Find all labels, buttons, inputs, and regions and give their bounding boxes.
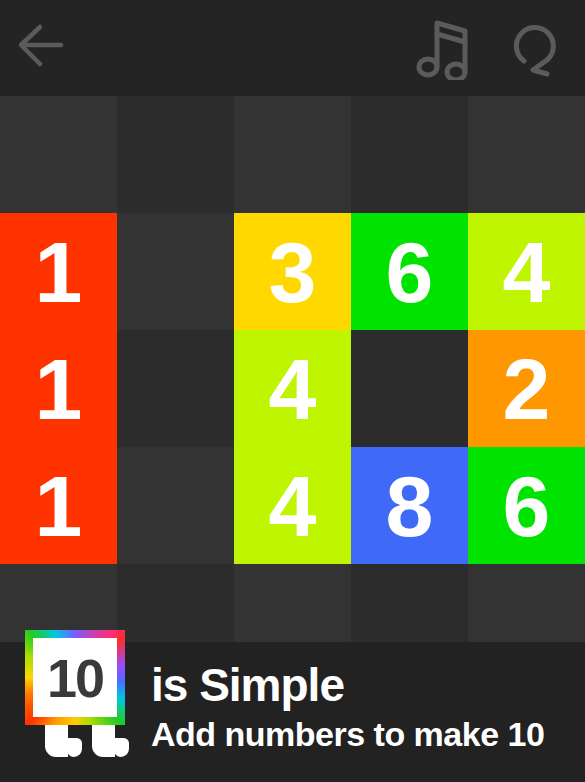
empty-cell: [117, 564, 234, 642]
logo-rainbow-square: 10: [25, 630, 125, 725]
game-tagline: Add numbers to make 10: [151, 717, 544, 751]
tile-1[interactable]: 1: [0, 213, 117, 330]
empty-cell: [234, 96, 351, 213]
tile-6[interactable]: 6: [468, 447, 585, 564]
empty-cell: [234, 564, 351, 642]
logo-left-foot: [45, 725, 68, 757]
empty-cell: [351, 564, 468, 642]
tile-3[interactable]: 3: [234, 213, 351, 330]
empty-cell: [117, 96, 234, 213]
app-window: 13641421486 10 is Simple Add numbers to …: [0, 0, 585, 782]
restart-arrow-icon: [511, 19, 561, 79]
tile-4[interactable]: 4: [234, 447, 351, 564]
game-title: is Simple: [151, 662, 544, 708]
tile-1[interactable]: 1: [0, 447, 117, 564]
game-board: 13641421486: [0, 96, 585, 642]
board-viewport: 13641421486: [0, 96, 585, 642]
restart-button[interactable]: [511, 19, 561, 79]
empty-cell: [468, 96, 585, 213]
top-bar: [0, 0, 585, 96]
logo-right-foot: [92, 725, 115, 757]
back-arrow-icon: [16, 22, 64, 70]
tile-4[interactable]: 4: [468, 213, 585, 330]
tile-4[interactable]: 4: [234, 330, 351, 447]
tile-8[interactable]: 8: [351, 447, 468, 564]
empty-cell: [351, 330, 468, 447]
empty-cell: [117, 330, 234, 447]
empty-cell: [117, 213, 234, 330]
footer-text: is Simple Add numbers to make 10: [151, 662, 544, 751]
music-notes-icon: [416, 10, 474, 80]
game-logo: 10: [25, 630, 127, 760]
tile-1[interactable]: 1: [0, 330, 117, 447]
tile-6[interactable]: 6: [351, 213, 468, 330]
logo-number: 10: [33, 638, 117, 717]
music-toggle-button[interactable]: [416, 10, 474, 80]
empty-cell: [117, 447, 234, 564]
empty-cell: [0, 96, 117, 213]
back-button[interactable]: [16, 22, 64, 70]
empty-cell: [468, 564, 585, 642]
empty-cell: [351, 96, 468, 213]
tile-2[interactable]: 2: [468, 330, 585, 447]
